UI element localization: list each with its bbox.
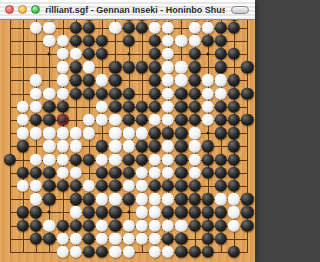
black-stone (56, 180, 68, 192)
white-stone (162, 48, 174, 60)
black-stone (201, 246, 213, 258)
white-stone (215, 193, 227, 205)
white-stone (149, 246, 161, 258)
black-stone (175, 167, 187, 179)
black-stone (149, 61, 161, 73)
white-stone (149, 219, 161, 231)
black-stone (201, 35, 213, 47)
black-stone (69, 74, 81, 86)
white-stone (17, 114, 29, 126)
white-stone (69, 206, 81, 218)
white-stone (135, 233, 147, 245)
white-stone (96, 193, 108, 205)
sgf-viewer-window: Brilliant.sgf - Gennan Inseki - Honinbo … (0, 0, 255, 262)
white-stone (30, 193, 42, 205)
black-stone (17, 167, 29, 179)
black-stone (215, 101, 227, 113)
white-stone (122, 127, 134, 139)
white-stone (69, 167, 81, 179)
black-stone (83, 233, 95, 245)
black-stone (241, 87, 253, 99)
black-stone (228, 246, 240, 258)
black-stone (109, 87, 121, 99)
white-stone (162, 219, 174, 231)
black-stone (69, 21, 81, 33)
black-stone (109, 61, 121, 73)
black-stone (56, 219, 68, 231)
black-stone (96, 87, 108, 99)
black-stone (122, 101, 134, 113)
white-stone (135, 180, 147, 192)
white-stone (17, 101, 29, 113)
white-stone (122, 246, 134, 258)
black-stone (96, 140, 108, 152)
black-stone (122, 61, 134, 73)
white-stone (96, 114, 108, 126)
black-stone (241, 114, 253, 126)
white-stone (162, 61, 174, 73)
black-stone (162, 206, 174, 218)
black-stone (215, 48, 227, 60)
white-stone (215, 74, 227, 86)
black-stone (201, 140, 213, 152)
white-stone (56, 246, 68, 258)
black-stone (175, 127, 187, 139)
white-stone (149, 153, 161, 165)
star-point (127, 211, 130, 214)
black-stone (135, 101, 147, 113)
black-stone (215, 114, 227, 126)
black-stone (30, 219, 42, 231)
window-title-text: Brilliant.sgf - Gennan Inseki - Honinbo … (45, 5, 225, 15)
black-stone (69, 219, 81, 231)
black-stone (228, 180, 240, 192)
black-stone (215, 153, 227, 165)
white-stone (56, 233, 68, 245)
black-stone (83, 87, 95, 99)
zoom-button[interactable] (31, 5, 40, 14)
black-stone (149, 127, 161, 139)
black-stone (175, 140, 187, 152)
black-stone (83, 206, 95, 218)
white-stone (175, 219, 187, 231)
white-stone (135, 193, 147, 205)
black-stone (215, 180, 227, 192)
white-stone (188, 127, 200, 139)
black-stone (122, 21, 134, 33)
white-stone (162, 167, 174, 179)
white-stone (43, 21, 55, 33)
white-stone (56, 153, 68, 165)
black-stone (17, 140, 29, 152)
black-stone (83, 21, 95, 33)
black-stone (96, 35, 108, 47)
white-stone (96, 219, 108, 231)
white-stone (109, 233, 121, 245)
white-stone (162, 114, 174, 126)
white-stone (175, 35, 187, 47)
white-stone (30, 101, 42, 113)
white-stone (43, 140, 55, 152)
star-point (48, 53, 51, 56)
star-point (127, 53, 130, 56)
black-stone (228, 140, 240, 152)
white-stone (17, 127, 29, 139)
black-stone (109, 206, 121, 218)
white-stone (188, 153, 200, 165)
black-stone (201, 153, 213, 165)
toolbar-capsule-button[interactable] (231, 6, 249, 14)
title-bar[interactable]: Brilliant.sgf - Gennan Inseki - Honinbo … (0, 0, 255, 20)
black-stone (69, 61, 81, 73)
black-stone (228, 167, 240, 179)
black-stone (188, 48, 200, 60)
white-stone (201, 74, 213, 86)
black-stone (122, 35, 134, 47)
black-stone (188, 74, 200, 86)
black-stone (3, 153, 15, 165)
white-stone (201, 87, 213, 99)
black-stone (175, 180, 187, 192)
white-stone (56, 48, 68, 60)
black-stone (96, 206, 108, 218)
white-stone (83, 127, 95, 139)
white-stone (56, 140, 68, 152)
go-board[interactable] (0, 20, 255, 262)
black-stone (43, 193, 55, 205)
white-stone (149, 233, 161, 245)
black-stone (135, 114, 147, 126)
black-stone (175, 87, 187, 99)
black-stone (175, 233, 187, 245)
white-stone (109, 21, 121, 33)
black-stone (43, 233, 55, 245)
black-stone (149, 140, 161, 152)
white-stone (56, 167, 68, 179)
black-stone (83, 48, 95, 60)
white-stone (162, 246, 174, 258)
white-stone (69, 140, 81, 152)
black-stone (228, 48, 240, 60)
black-stone (83, 74, 95, 86)
white-stone (43, 219, 55, 231)
black-stone (241, 206, 253, 218)
black-stone (228, 87, 240, 99)
close-button[interactable] (5, 5, 14, 14)
white-stone (43, 87, 55, 99)
white-stone (201, 21, 213, 33)
white-stone (109, 127, 121, 139)
black-stone (175, 246, 187, 258)
black-stone (83, 246, 95, 258)
white-stone (96, 101, 108, 113)
black-stone (30, 114, 42, 126)
black-stone (175, 153, 187, 165)
black-stone (228, 74, 240, 86)
white-stone (30, 127, 42, 139)
white-stone (109, 114, 121, 126)
black-stone (149, 35, 161, 47)
black-stone (149, 87, 161, 99)
black-stone (30, 206, 42, 218)
black-stone (162, 127, 174, 139)
black-stone (43, 101, 55, 113)
black-stone (135, 140, 147, 152)
black-stone (228, 114, 240, 126)
window-title: Brilliant.sgf - Gennan Inseki - Honinbo … (45, 0, 225, 19)
black-stone (135, 21, 147, 33)
white-stone (30, 87, 42, 99)
white-stone (162, 74, 174, 86)
black-stone (188, 193, 200, 205)
black-stone (228, 153, 240, 165)
white-stone (228, 193, 240, 205)
black-stone (215, 219, 227, 231)
black-stone (135, 153, 147, 165)
white-stone (188, 167, 200, 179)
black-stone (201, 233, 213, 245)
black-stone (175, 101, 187, 113)
white-stone (162, 140, 174, 152)
white-stone (228, 206, 240, 218)
black-stone (96, 180, 108, 192)
black-stone (188, 101, 200, 113)
white-stone (109, 193, 121, 205)
white-stone (149, 206, 161, 218)
black-stone (43, 114, 55, 126)
black-stone (109, 101, 121, 113)
black-stone (215, 127, 227, 139)
black-stone (149, 48, 161, 60)
white-stone (122, 219, 134, 231)
star-point (206, 53, 209, 56)
black-stone (175, 114, 187, 126)
black-stone (109, 219, 121, 231)
white-stone (30, 153, 42, 165)
black-stone (17, 219, 29, 231)
black-stone (201, 167, 213, 179)
black-stone (149, 74, 161, 86)
black-stone (122, 114, 134, 126)
black-stone (69, 193, 81, 205)
black-stone (135, 61, 147, 73)
black-stone (122, 167, 134, 179)
black-stone (188, 246, 200, 258)
white-stone (83, 61, 95, 73)
white-stone (56, 74, 68, 86)
white-stone (175, 74, 187, 86)
black-stone (188, 206, 200, 218)
black-stone (109, 74, 121, 86)
black-stone (30, 167, 42, 179)
white-stone (30, 21, 42, 33)
white-stone (162, 35, 174, 47)
star-point (48, 211, 51, 214)
white-stone (69, 48, 81, 60)
white-stone (135, 206, 147, 218)
white-stone (149, 193, 161, 205)
black-stone (149, 180, 161, 192)
white-stone (135, 219, 147, 231)
black-stone (122, 87, 134, 99)
black-stone (69, 180, 81, 192)
black-stone (175, 193, 187, 205)
black-stone (201, 206, 213, 218)
white-stone (135, 167, 147, 179)
black-stone (228, 127, 240, 139)
white-stone (162, 87, 174, 99)
white-stone (228, 219, 240, 231)
black-stone (122, 153, 134, 165)
white-stone (162, 101, 174, 113)
black-stone (69, 35, 81, 47)
white-stone (109, 153, 121, 165)
black-stone (83, 193, 95, 205)
black-stone (83, 153, 95, 165)
white-stone (43, 127, 55, 139)
black-stone (201, 219, 213, 231)
black-stone (241, 219, 253, 231)
black-stone (96, 246, 108, 258)
black-stone (215, 61, 227, 73)
black-stone (188, 61, 200, 73)
black-stone (215, 21, 227, 33)
white-stone (109, 140, 121, 152)
black-stone (69, 153, 81, 165)
white-stone (135, 127, 147, 139)
star-point (206, 132, 209, 135)
black-stone (188, 219, 200, 231)
white-stone (149, 114, 161, 126)
white-stone (83, 114, 95, 126)
white-stone (30, 74, 42, 86)
white-stone (162, 153, 174, 165)
white-stone (69, 233, 81, 245)
white-stone (96, 153, 108, 165)
black-stone (215, 35, 227, 47)
black-stone (96, 167, 108, 179)
white-stone (188, 35, 200, 47)
black-stone (83, 219, 95, 231)
white-stone (175, 61, 187, 73)
black-stone (109, 167, 121, 179)
black-stone (188, 180, 200, 192)
black-stone (201, 193, 213, 205)
black-stone (109, 180, 121, 192)
white-stone (96, 74, 108, 86)
white-stone (43, 35, 55, 47)
white-stone (69, 127, 81, 139)
white-stone (56, 87, 68, 99)
black-stone (215, 206, 227, 218)
white-stone (188, 21, 200, 33)
white-stone (149, 21, 161, 33)
white-stone (162, 193, 174, 205)
white-stone (109, 246, 121, 258)
black-stone (83, 35, 95, 47)
white-stone (96, 233, 108, 245)
white-stone (122, 180, 134, 192)
black-stone (56, 101, 68, 113)
white-stone (122, 140, 134, 152)
black-stone (215, 233, 227, 245)
black-stone (43, 180, 55, 192)
black-stone (69, 87, 81, 99)
black-stone (162, 180, 174, 192)
black-stone (188, 87, 200, 99)
black-stone (241, 61, 253, 73)
white-stone (56, 61, 68, 73)
white-stone (83, 180, 95, 192)
black-stone (30, 233, 42, 245)
black-stone (188, 114, 200, 126)
white-stone (30, 180, 42, 192)
last-move-marker (58, 116, 67, 125)
black-stone (215, 167, 227, 179)
white-stone (215, 87, 227, 99)
black-stone (43, 167, 55, 179)
black-stone (175, 206, 187, 218)
white-stone (162, 21, 174, 33)
minimize-button[interactable] (18, 5, 27, 14)
white-stone (69, 246, 81, 258)
black-stone (228, 21, 240, 33)
black-stone (122, 193, 134, 205)
black-stone (96, 48, 108, 60)
black-stone (149, 101, 161, 113)
white-stone (43, 153, 55, 165)
white-stone (122, 233, 134, 245)
white-stone (201, 114, 213, 126)
black-stone (162, 233, 174, 245)
white-stone (56, 35, 68, 47)
black-stone (241, 193, 253, 205)
white-stone (188, 140, 200, 152)
white-stone (56, 127, 68, 139)
black-stone (228, 101, 240, 113)
white-stone (149, 167, 161, 179)
black-stone (17, 206, 29, 218)
white-stone (17, 180, 29, 192)
white-stone (201, 101, 213, 113)
